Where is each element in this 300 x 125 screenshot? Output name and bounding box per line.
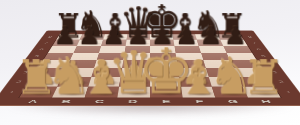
file-label: F [183,98,218,106]
file-label: H [248,98,286,106]
board-squares-area: ♜♞♝♛♚♝♞♜♟♟♟♟♟♟♟♟♟♟♟♟♟♟♟♟♜♞♝♛♚♝♞♜ [19,34,280,97]
square-e1[interactable]: ♚ [150,87,183,98]
square-b1[interactable]: ♞ [52,87,88,98]
black-pawn-b7[interactable]: ♟ [78,25,101,45]
black-pawn-g7[interactable]: ♟ [199,25,222,45]
file-label: D [116,98,150,106]
square-g1[interactable]: ♞ [212,87,248,98]
file-label: B [48,98,85,106]
file-coordinates-rail: ABCDEFGH [14,98,286,106]
file-label: C [82,98,117,106]
photo-background: ♜♞♝♛♚♝♞♜♟♟♟♟♟♟♟♟♟♟♟♟♟♟♟♟♜♞♝♛♚♝♞♜ ABCDEFG… [0,0,300,125]
white-king-e1[interactable]: ♚ [138,47,195,96]
file-label: E [150,98,184,106]
rank-label: 6 [248,46,270,53]
white-knight-b1[interactable]: ♞ [46,56,92,96]
chess-board: ♜♞♝♛♚♝♞♜♟♟♟♟♟♟♟♟♟♟♟♟♟♟♟♟♜♞♝♛♚♝♞♜ ABCDEFG… [0,30,300,106]
file-label: G [215,98,252,106]
white-knight-g1[interactable]: ♞ [208,56,254,96]
file-label: A [14,98,52,106]
